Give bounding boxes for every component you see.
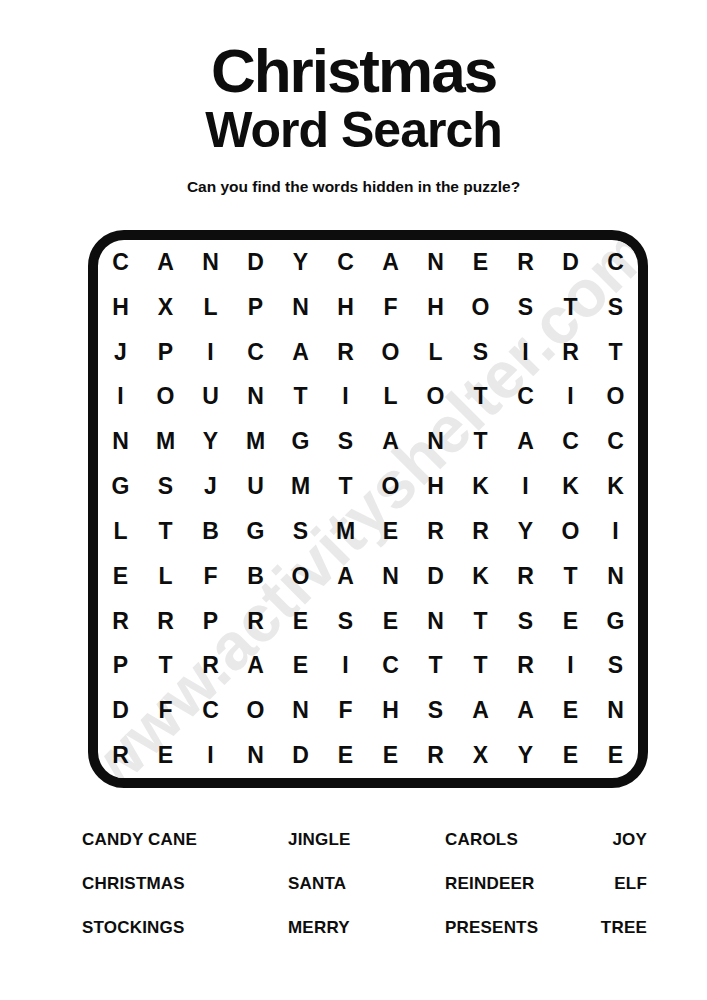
grid-cell-r3c11[interactable]: R <box>548 330 593 375</box>
grid-cell-r11c10[interactable]: A <box>503 688 548 733</box>
word-list-row: CANDY CANE JINGLE CAROLS JOY <box>82 830 647 852</box>
grid-cell-r9c9[interactable]: T <box>458 599 503 644</box>
word-list-row: CHRISTMAS SANTA REINDEER ELF <box>82 874 647 896</box>
grid-cell-r11c3[interactable]: C <box>188 688 233 733</box>
grid-cell-r8c12[interactable]: N <box>593 554 638 599</box>
grid-cell-r8c8[interactable]: D <box>413 554 458 599</box>
page-subtitle-title: Word Search <box>0 104 707 157</box>
grid-cell-r9c5[interactable]: E <box>278 599 323 644</box>
grid-cell-r6c9[interactable]: K <box>458 464 503 509</box>
grid-cell-r4c2[interactable]: O <box>143 374 188 419</box>
grid-cell-r9c1[interactable]: R <box>98 599 143 644</box>
grid-cell-r10c3[interactable]: R <box>188 643 233 688</box>
grid-cell-r8c7[interactable]: N <box>368 554 413 599</box>
grid-cell-r1c5[interactable]: Y <box>278 240 323 285</box>
grid-cell-r6c5[interactable]: M <box>278 464 323 509</box>
grid-cell-r11c7[interactable]: H <box>368 688 413 733</box>
grid-cell-r1c3[interactable]: N <box>188 240 233 285</box>
grid-cell-r12c12[interactable]: E <box>593 733 638 778</box>
grid-cell-r5c2[interactable]: M <box>143 419 188 464</box>
grid-cell-r2c6[interactable]: H <box>323 285 368 330</box>
grid-cell-r1c4[interactable]: D <box>233 240 278 285</box>
grid-cell-r7c7[interactable]: E <box>368 509 413 554</box>
grid-cell-r7c8[interactable]: R <box>413 509 458 554</box>
word-list-item-tree: TREE <box>601 918 647 938</box>
grid-cell-r10c10[interactable]: R <box>503 643 548 688</box>
grid-cell-r5c12[interactable]: C <box>593 419 638 464</box>
grid-cell-r2c11[interactable]: T <box>548 285 593 330</box>
grid-cell-r12c10[interactable]: Y <box>503 733 548 778</box>
grid-cell-r3c4[interactable]: C <box>233 330 278 375</box>
grid-cell-r1c10[interactable]: R <box>503 240 548 285</box>
grid-cell-r3c2[interactable]: P <box>143 330 188 375</box>
grid-cell-r10c7[interactable]: C <box>368 643 413 688</box>
grid-cell-r11c11[interactable]: E <box>548 688 593 733</box>
grid-cell-r10c8[interactable]: T <box>413 643 458 688</box>
grid-cell-r5c3[interactable]: Y <box>188 419 233 464</box>
grid-cell-r9c6[interactable]: S <box>323 599 368 644</box>
grid-cell-r12c8[interactable]: R <box>413 733 458 778</box>
word-list-item-merry: MERRY <box>288 918 350 938</box>
word-list-item-elf: ELF <box>614 874 647 894</box>
grid-cell-r5c8[interactable]: N <box>413 419 458 464</box>
grid-cell-r10c4[interactable]: A <box>233 643 278 688</box>
grid-cell-r10c1[interactable]: P <box>98 643 143 688</box>
grid-cell-r6c3[interactable]: J <box>188 464 233 509</box>
grid-cell-r9c10[interactable]: S <box>503 599 548 644</box>
grid-cell-r5c4[interactable]: M <box>233 419 278 464</box>
grid-cell-r9c12[interactable]: G <box>593 599 638 644</box>
grid-cell-r4c3[interactable]: U <box>188 374 233 419</box>
grid-cell-r5c7[interactable]: A <box>368 419 413 464</box>
word-list-item-presents: PRESENTS <box>445 918 538 938</box>
grid-cell-r2c10[interactable]: S <box>503 285 548 330</box>
grid-cell-r6c8[interactable]: H <box>413 464 458 509</box>
grid-cell-r2c1[interactable]: H <box>98 285 143 330</box>
grid-cell-r12c4[interactable]: N <box>233 733 278 778</box>
grid-cell-r3c1[interactable]: J <box>98 330 143 375</box>
grid-cell-r7c6[interactable]: M <box>323 509 368 554</box>
grid-cell-r1c12[interactable]: C <box>593 240 638 285</box>
word-list-item-carols: CAROLS <box>445 830 518 850</box>
grid-cell-r9c8[interactable]: N <box>413 599 458 644</box>
word-list-row: STOCKINGS MERRY PRESENTS TREE <box>82 918 647 940</box>
grid-cell-r11c4[interactable]: O <box>233 688 278 733</box>
grid-cell-r5c11[interactable]: C <box>548 419 593 464</box>
grid-cell-r5c9[interactable]: T <box>458 419 503 464</box>
grid-cell-r7c1[interactable]: L <box>98 509 143 554</box>
word-list-item-reindeer: REINDEER <box>445 874 534 894</box>
grid-cell-r9c7[interactable]: E <box>368 599 413 644</box>
grid-cell-r2c4[interactable]: P <box>233 285 278 330</box>
grid-cell-r12c7[interactable]: E <box>368 733 413 778</box>
grid-cell-r11c1[interactable]: D <box>98 688 143 733</box>
grid-cell-r1c6[interactable]: C <box>323 240 368 285</box>
grid-cell-r3c8[interactable]: L <box>413 330 458 375</box>
grid-cell-r8c6[interactable]: A <box>323 554 368 599</box>
grid-cell-r1c9[interactable]: E <box>458 240 503 285</box>
grid-cell-r6c1[interactable]: G <box>98 464 143 509</box>
grid-cell-r7c10[interactable]: Y <box>503 509 548 554</box>
grid-cell-r4c4[interactable]: N <box>233 374 278 419</box>
grid-cell-r8c2[interactable]: L <box>143 554 188 599</box>
grid-cell-r4c12[interactable]: O <box>593 374 638 419</box>
grid-cell-r7c9[interactable]: R <box>458 509 503 554</box>
grid-cell-r2c8[interactable]: H <box>413 285 458 330</box>
grid-cell-r4c9[interactable]: T <box>458 374 503 419</box>
grid-cell-r10c12[interactable]: S <box>593 643 638 688</box>
grid-cell-r8c3[interactable]: F <box>188 554 233 599</box>
grid-cell-r3c9[interactable]: S <box>458 330 503 375</box>
grid-cell-r1c11[interactable]: D <box>548 240 593 285</box>
grid-cell-r8c11[interactable]: T <box>548 554 593 599</box>
grid-cell-r12c9[interactable]: X <box>458 733 503 778</box>
grid-cell-r4c5[interactable]: T <box>278 374 323 419</box>
grid-cell-r3c3[interactable]: I <box>188 330 233 375</box>
word-search-board: www.activityshelter.com CANDYCANERDCHXLP… <box>88 230 648 788</box>
grid-cell-r2c3[interactable]: L <box>188 285 233 330</box>
grid-cell-r9c11[interactable]: E <box>548 599 593 644</box>
grid-cell-r11c6[interactable]: F <box>323 688 368 733</box>
grid-cell-r4c7[interactable]: L <box>368 374 413 419</box>
word-list-item-santa: SANTA <box>288 874 346 894</box>
word-list-item-christmas: CHRISTMAS <box>82 874 185 894</box>
grid-cell-r2c9[interactable]: O <box>458 285 503 330</box>
grid-cell-r10c5[interactable]: E <box>278 643 323 688</box>
grid-cell-r11c5[interactable]: N <box>278 688 323 733</box>
grid-cell-r11c2[interactable]: F <box>143 688 188 733</box>
grid-cell-r12c5[interactable]: D <box>278 733 323 778</box>
grid-cell-r6c7[interactable]: O <box>368 464 413 509</box>
grid-cell-r6c11[interactable]: K <box>548 464 593 509</box>
grid-cell-r7c3[interactable]: B <box>188 509 233 554</box>
grid-cell-r7c12[interactable]: I <box>593 509 638 554</box>
grid-cell-r8c4[interactable]: B <box>233 554 278 599</box>
word-list-item-stockings: STOCKINGS <box>82 918 185 938</box>
word-list-item-candy-cane: CANDY CANE <box>82 830 197 850</box>
grid-cell-r1c2[interactable]: A <box>143 240 188 285</box>
grid-cell-r3c7[interactable]: O <box>368 330 413 375</box>
grid-cell-r8c9[interactable]: K <box>458 554 503 599</box>
grid-cell-r2c5[interactable]: N <box>278 285 323 330</box>
grid-cell-r11c12[interactable]: N <box>593 688 638 733</box>
grid-cell-r2c12[interactable]: S <box>593 285 638 330</box>
grid-cell-r9c4[interactable]: R <box>233 599 278 644</box>
grid-cell-r10c11[interactable]: I <box>548 643 593 688</box>
page-title: Christmas <box>0 38 707 103</box>
word-list-item-jingle: JINGLE <box>288 830 351 850</box>
grid-cell-r12c1[interactable]: R <box>98 733 143 778</box>
grid-cell-r12c2[interactable]: E <box>143 733 188 778</box>
word-list-item-joy: JOY <box>612 830 647 850</box>
grid-cell-r12c3[interactable]: I <box>188 733 233 778</box>
grid-cell-r9c2[interactable]: R <box>143 599 188 644</box>
grid-cell-r7c5[interactable]: S <box>278 509 323 554</box>
grid-cell-r8c5[interactable]: O <box>278 554 323 599</box>
grid-cell-r10c6[interactable]: I <box>323 643 368 688</box>
grid-cell-r4c8[interactable]: O <box>413 374 458 419</box>
grid-cell-r6c12[interactable]: K <box>593 464 638 509</box>
grid-cell-r4c6[interactable]: I <box>323 374 368 419</box>
grid-cell-r10c9[interactable]: T <box>458 643 503 688</box>
grid-cell-r6c4[interactable]: U <box>233 464 278 509</box>
grid-cell-r8c1[interactable]: E <box>98 554 143 599</box>
grid-cell-r2c2[interactable]: X <box>143 285 188 330</box>
grid-cell-r3c5[interactable]: A <box>278 330 323 375</box>
grid-cell-r3c12[interactable]: T <box>593 330 638 375</box>
grid-cell-r1c1[interactable]: C <box>98 240 143 285</box>
worksheet-page: Christmas Word Search Can you find the w… <box>0 0 707 1000</box>
grid-cell-r7c11[interactable]: O <box>548 509 593 554</box>
grid-cell-r6c2[interactable]: S <box>143 464 188 509</box>
grid-cell-r12c6[interactable]: E <box>323 733 368 778</box>
grid-cell-r7c2[interactable]: T <box>143 509 188 554</box>
grid-cell-r4c11[interactable]: I <box>548 374 593 419</box>
grid-cell-r9c3[interactable]: P <box>188 599 233 644</box>
grid-cell-r5c5[interactable]: G <box>278 419 323 464</box>
grid-cell-r1c8[interactable]: N <box>413 240 458 285</box>
grid-cell-r5c6[interactable]: S <box>323 419 368 464</box>
grid-cell-r6c10[interactable]: I <box>503 464 548 509</box>
grid-cell-r11c9[interactable]: A <box>458 688 503 733</box>
grid-cell-r4c1[interactable]: I <box>98 374 143 419</box>
grid-cell-r3c6[interactable]: R <box>323 330 368 375</box>
grid-cell-r11c8[interactable]: S <box>413 688 458 733</box>
grid-cell-r5c10[interactable]: A <box>503 419 548 464</box>
grid-cell-r10c2[interactable]: T <box>143 643 188 688</box>
grid-cell-r5c1[interactable]: N <box>98 419 143 464</box>
letter-grid: CANDYCANERDCHXLPNHFHOSTSJPICAROLSIRTIOUN… <box>98 240 638 778</box>
grid-cell-r4c10[interactable]: C <box>503 374 548 419</box>
grid-cell-r7c4[interactable]: G <box>233 509 278 554</box>
grid-cell-r8c10[interactable]: R <box>503 554 548 599</box>
word-list: CANDY CANE JINGLE CAROLS JOY CHRISTMAS S… <box>82 830 647 950</box>
instructions-text: Can you find the words hidden in the puz… <box>184 176 524 198</box>
grid-cell-r12c11[interactable]: E <box>548 733 593 778</box>
grid-cell-r6c6[interactable]: T <box>323 464 368 509</box>
grid-cell-r2c7[interactable]: F <box>368 285 413 330</box>
grid-cell-r1c7[interactable]: A <box>368 240 413 285</box>
grid-cell-r3c10[interactable]: I <box>503 330 548 375</box>
